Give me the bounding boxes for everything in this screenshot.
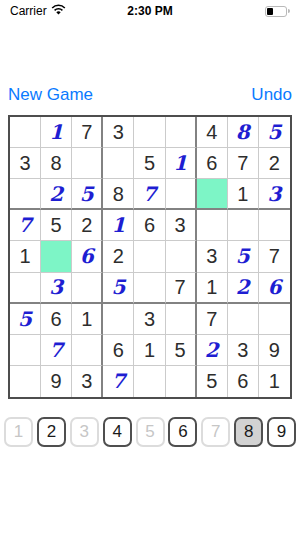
status-bar: Carrier 2:30 PM: [0, 0, 300, 22]
status-left: Carrier: [10, 4, 66, 18]
cell-r8c5[interactable]: 1: [134, 335, 165, 366]
cell-r7c4[interactable]: [103, 304, 134, 335]
cell-r4c3[interactable]: 2: [72, 210, 103, 241]
cell-r1c2[interactable]: 1: [41, 117, 72, 148]
cell-r5c4[interactable]: 2: [103, 241, 134, 272]
cell-r5c2[interactable]: [41, 241, 72, 272]
cell-r3c8[interactable]: 1: [228, 179, 259, 210]
cell-r2c7[interactable]: 6: [197, 148, 228, 179]
cell-r7c1[interactable]: 5: [10, 304, 41, 335]
cell-r9c5[interactable]: [134, 366, 165, 397]
cell-r3c7[interactable]: [197, 179, 228, 210]
cell-r2c4[interactable]: [103, 148, 134, 179]
toolbar: New Game Undo: [8, 84, 292, 106]
cell-r8c4[interactable]: 6: [103, 335, 134, 366]
cell-r8c9[interactable]: 9: [259, 335, 290, 366]
cell-r3c6[interactable]: [166, 179, 197, 210]
cell-r5c7[interactable]: 3: [197, 241, 228, 272]
carrier-label: Carrier: [10, 4, 47, 18]
cell-r9c9[interactable]: 1: [259, 366, 290, 397]
wifi-icon: [51, 4, 66, 18]
cell-r6c9[interactable]: 6: [259, 273, 290, 304]
cell-r2c5[interactable]: 5: [134, 148, 165, 179]
cell-r7c6[interactable]: [166, 304, 197, 335]
cell-r8c1[interactable]: [10, 335, 41, 366]
cell-r1c5[interactable]: [134, 117, 165, 148]
cell-r9c7[interactable]: 5: [197, 366, 228, 397]
cell-r5c9[interactable]: 7: [259, 241, 290, 272]
cell-r4c5[interactable]: 6: [134, 210, 165, 241]
undo-button[interactable]: Undo: [251, 85, 292, 105]
cell-r9c1[interactable]: [10, 366, 41, 397]
cell-r6c8[interactable]: 2: [228, 273, 259, 304]
cell-r1c4[interactable]: 3: [103, 117, 134, 148]
cell-r6c2[interactable]: 3: [41, 273, 72, 304]
cell-r2c1[interactable]: 3: [10, 148, 41, 179]
cell-r9c6[interactable]: [166, 366, 197, 397]
cell-r4c7[interactable]: [197, 210, 228, 241]
cell-r6c7[interactable]: 1: [197, 273, 228, 304]
cell-r2c3[interactable]: [72, 148, 103, 179]
cell-r4c1[interactable]: 7: [10, 210, 41, 241]
cell-r9c2[interactable]: 9: [41, 366, 72, 397]
cell-r6c3[interactable]: [72, 273, 103, 304]
numpad-9[interactable]: 9: [267, 417, 296, 447]
cell-r1c6[interactable]: [166, 117, 197, 148]
cell-r2c9[interactable]: 2: [259, 148, 290, 179]
battery-icon: [265, 6, 290, 17]
cell-r7c7[interactable]: 7: [197, 304, 228, 335]
cell-r7c5[interactable]: 3: [134, 304, 165, 335]
cell-r6c5[interactable]: [134, 273, 165, 304]
cell-r2c2[interactable]: 8: [41, 148, 72, 179]
numpad-4[interactable]: 4: [103, 417, 132, 447]
numpad-6[interactable]: 6: [168, 417, 197, 447]
cell-r8c7[interactable]: 2: [197, 335, 228, 366]
cell-r7c8[interactable]: [228, 304, 259, 335]
cell-r4c6[interactable]: 3: [166, 210, 197, 241]
cell-r3c3[interactable]: 5: [72, 179, 103, 210]
cell-r4c8[interactable]: [228, 210, 259, 241]
numpad-3[interactable]: 3: [70, 417, 99, 447]
cell-r9c4[interactable]: 7: [103, 366, 134, 397]
cell-r1c3[interactable]: 7: [72, 117, 103, 148]
sudoku-grid: 1734853851672258713752163162357357126561…: [8, 115, 292, 399]
numpad-5[interactable]: 5: [136, 417, 165, 447]
cell-r1c7[interactable]: 4: [197, 117, 228, 148]
cell-r1c1[interactable]: [10, 117, 41, 148]
cell-r4c2[interactable]: 5: [41, 210, 72, 241]
cell-r5c1[interactable]: 1: [10, 241, 41, 272]
cell-r4c9[interactable]: [259, 210, 290, 241]
cell-r3c2[interactable]: 2: [41, 179, 72, 210]
cell-r3c1[interactable]: [10, 179, 41, 210]
number-pad: 123456789: [4, 417, 296, 449]
cell-r3c9[interactable]: 3: [259, 179, 290, 210]
cell-r4c4[interactable]: 1: [103, 210, 134, 241]
cell-r6c4[interactable]: 5: [103, 273, 134, 304]
new-game-button[interactable]: New Game: [8, 85, 93, 105]
cell-r7c3[interactable]: 1: [72, 304, 103, 335]
cell-r5c3[interactable]: 6: [72, 241, 103, 272]
cell-r3c4[interactable]: 8: [103, 179, 134, 210]
numpad-8[interactable]: 8: [234, 417, 263, 447]
cell-r3c5[interactable]: 7: [134, 179, 165, 210]
cell-r6c1[interactable]: [10, 273, 41, 304]
cell-r8c6[interactable]: 5: [166, 335, 197, 366]
cell-r8c3[interactable]: [72, 335, 103, 366]
cell-r6c6[interactable]: 7: [166, 273, 197, 304]
cell-r5c8[interactable]: 5: [228, 241, 259, 272]
cell-r1c8[interactable]: 8: [228, 117, 259, 148]
cell-r5c5[interactable]: [134, 241, 165, 272]
cell-r2c6[interactable]: 1: [166, 148, 197, 179]
cell-r8c8[interactable]: 3: [228, 335, 259, 366]
cell-r9c8[interactable]: 6: [228, 366, 259, 397]
cell-r1c9[interactable]: 5: [259, 117, 290, 148]
cell-r2c8[interactable]: 7: [228, 148, 259, 179]
numpad-2[interactable]: 2: [37, 417, 66, 447]
cell-r5c6[interactable]: [166, 241, 197, 272]
numpad-7[interactable]: 7: [201, 417, 230, 447]
cell-r7c2[interactable]: 6: [41, 304, 72, 335]
cell-r8c2[interactable]: 7: [41, 335, 72, 366]
cell-r9c3[interactable]: 3: [72, 366, 103, 397]
cell-r7c9[interactable]: [259, 304, 290, 335]
numpad-1[interactable]: 1: [4, 417, 33, 447]
status-right: [265, 6, 290, 17]
